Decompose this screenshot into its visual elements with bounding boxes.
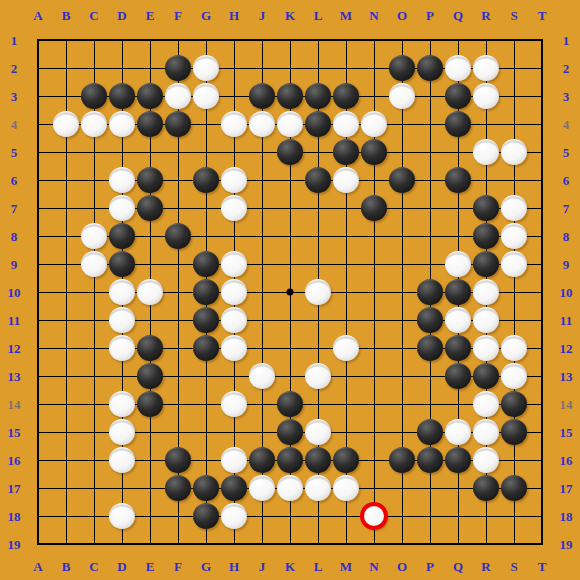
column-label-top: G xyxy=(201,9,211,22)
white-stone[interactable]: ○ xyxy=(109,307,135,333)
black-stone[interactable]: ● xyxy=(417,335,443,361)
column-label-top: R xyxy=(481,9,490,22)
go-board-app: AABBCCDDEEFFGGHHJJKKLLMMNNOOPPQQRRSSTT11… xyxy=(0,0,580,580)
black-stone[interactable]: ● xyxy=(137,167,163,193)
row-label-left: 19 xyxy=(8,538,21,551)
black-stone[interactable]: ● xyxy=(445,335,471,361)
white-stone[interactable]: ○ xyxy=(81,111,107,137)
white-stone[interactable]: ○ xyxy=(249,363,275,389)
white-stone[interactable]: ○ xyxy=(249,475,275,501)
column-label-top: S xyxy=(510,9,517,22)
white-stone[interactable]: ○ xyxy=(473,139,499,165)
black-stone[interactable]: ● xyxy=(193,475,219,501)
column-label-bottom: M xyxy=(340,560,352,573)
black-stone[interactable]: ● xyxy=(137,111,163,137)
white-stone[interactable]: ○ xyxy=(109,167,135,193)
white-stone[interactable]: ○ xyxy=(53,111,79,137)
black-stone[interactable]: ● xyxy=(445,447,471,473)
black-stone[interactable]: ● xyxy=(417,419,443,445)
black-stone[interactable]: ● xyxy=(277,139,303,165)
row-label-right: 14 xyxy=(560,398,573,411)
black-stone[interactable]: ● xyxy=(445,111,471,137)
black-stone[interactable]: ● xyxy=(109,251,135,277)
column-label-bottom: S xyxy=(510,560,517,573)
column-label-top: D xyxy=(117,9,126,22)
row-label-right: 6 xyxy=(563,174,570,187)
star-point xyxy=(287,289,294,296)
black-stone[interactable]: ● xyxy=(305,167,331,193)
black-stone[interactable]: ● xyxy=(193,251,219,277)
white-stone[interactable]: ○ xyxy=(109,279,135,305)
white-stone[interactable]: ○ xyxy=(137,279,163,305)
column-label-bottom: J xyxy=(259,560,266,573)
black-stone[interactable]: ● xyxy=(389,167,415,193)
row-label-left: 16 xyxy=(8,454,21,467)
column-label-top: P xyxy=(426,9,434,22)
black-stone[interactable]: ● xyxy=(193,279,219,305)
black-stone[interactable]: ● xyxy=(333,83,359,109)
white-stone[interactable]: ○ xyxy=(501,223,527,249)
white-stone[interactable]: ○ xyxy=(109,391,135,417)
white-stone[interactable]: ○ xyxy=(473,447,499,473)
row-label-right: 17 xyxy=(560,482,573,495)
white-stone[interactable]: ○ xyxy=(501,363,527,389)
row-label-left: 13 xyxy=(8,370,21,383)
black-stone[interactable]: ● xyxy=(249,447,275,473)
black-stone[interactable]: ● xyxy=(389,55,415,81)
column-label-bottom: D xyxy=(117,560,126,573)
black-stone[interactable]: ● xyxy=(305,111,331,137)
white-stone[interactable]: ○ xyxy=(473,279,499,305)
row-label-right: 3 xyxy=(563,90,570,103)
white-stone[interactable]: ○ xyxy=(221,111,247,137)
row-label-right: 13 xyxy=(560,370,573,383)
black-stone[interactable]: ● xyxy=(137,195,163,221)
white-stone[interactable]: ○ xyxy=(221,335,247,361)
row-label-left: 17 xyxy=(8,482,21,495)
white-stone[interactable]: ○ xyxy=(165,83,191,109)
row-label-left: 12 xyxy=(8,342,21,355)
black-stone[interactable]: ● xyxy=(137,83,163,109)
row-label-left: 2 xyxy=(11,62,18,75)
column-label-top: J xyxy=(259,9,266,22)
black-stone[interactable]: ● xyxy=(193,335,219,361)
white-stone[interactable]: ○ xyxy=(445,251,471,277)
row-label-left: 11 xyxy=(8,314,20,327)
white-stone[interactable]: ○ xyxy=(249,111,275,137)
row-label-left: 14 xyxy=(8,398,21,411)
column-label-top: C xyxy=(89,9,98,22)
column-label-top: O xyxy=(397,9,407,22)
white-stone[interactable]: ○ xyxy=(109,335,135,361)
column-label-top: K xyxy=(285,9,295,22)
black-stone[interactable]: ● xyxy=(445,167,471,193)
white-stone[interactable]: ○ xyxy=(473,391,499,417)
white-stone[interactable]: ○ xyxy=(109,447,135,473)
row-label-right: 12 xyxy=(560,342,573,355)
white-stone[interactable]: ○ xyxy=(221,307,247,333)
black-stone[interactable]: ● xyxy=(165,111,191,137)
white-stone[interactable]: ○ xyxy=(361,111,387,137)
white-stone[interactable]: ○ xyxy=(305,363,331,389)
black-stone[interactable]: ● xyxy=(249,83,275,109)
black-stone[interactable]: ● xyxy=(137,391,163,417)
row-label-right: 18 xyxy=(560,510,573,523)
black-stone[interactable]: ● xyxy=(165,223,191,249)
row-label-right: 9 xyxy=(563,258,570,271)
white-stone[interactable]: ○ xyxy=(445,55,471,81)
black-stone[interactable]: ● xyxy=(165,475,191,501)
row-label-left: 4 xyxy=(11,118,18,131)
black-stone[interactable]: ● xyxy=(445,279,471,305)
black-stone[interactable]: ● xyxy=(501,475,527,501)
white-stone[interactable]: ○ xyxy=(473,335,499,361)
row-label-left: 1 xyxy=(11,34,18,47)
column-label-bottom: B xyxy=(62,560,71,573)
grid-line-vertical xyxy=(541,39,543,545)
row-label-right: 7 xyxy=(563,202,570,215)
white-stone[interactable]: ○ xyxy=(109,111,135,137)
column-label-bottom: F xyxy=(174,560,182,573)
row-label-right: 1 xyxy=(563,34,570,47)
column-label-top: L xyxy=(314,9,323,22)
black-stone[interactable]: ● xyxy=(305,83,331,109)
black-stone[interactable]: ● xyxy=(193,167,219,193)
black-stone[interactable]: ● xyxy=(109,83,135,109)
white-stone[interactable]: ○ xyxy=(277,475,303,501)
row-label-right: 8 xyxy=(563,230,570,243)
white-stone[interactable]: ○ xyxy=(445,307,471,333)
white-stone[interactable]: ○ xyxy=(305,279,331,305)
white-stone[interactable]: ○ xyxy=(501,195,527,221)
row-label-left: 3 xyxy=(11,90,18,103)
column-label-bottom: R xyxy=(481,560,490,573)
column-label-top: F xyxy=(174,9,182,22)
row-label-left: 9 xyxy=(11,258,18,271)
white-stone[interactable]: ○ xyxy=(473,55,499,81)
white-stone[interactable]: ○ xyxy=(501,335,527,361)
black-stone[interactable]: ● xyxy=(445,83,471,109)
column-label-top: H xyxy=(229,9,239,22)
column-label-bottom: G xyxy=(201,560,211,573)
black-stone[interactable]: ● xyxy=(417,307,443,333)
white-stone[interactable]: ○ xyxy=(473,307,499,333)
white-stone[interactable]: ○ xyxy=(473,419,499,445)
white-stone[interactable]: ○ xyxy=(389,83,415,109)
black-stone[interactable]: ● xyxy=(109,223,135,249)
white-stone[interactable]: ○ xyxy=(501,139,527,165)
black-stone[interactable]: ● xyxy=(137,335,163,361)
white-stone[interactable]: ○ xyxy=(473,83,499,109)
column-label-bottom: L xyxy=(314,560,323,573)
row-label-right: 11 xyxy=(560,314,572,327)
white-stone[interactable]: ○ xyxy=(109,503,135,529)
white-stone[interactable]: ○ xyxy=(221,167,247,193)
white-stone[interactable]: ○ xyxy=(109,195,135,221)
row-label-left: 6 xyxy=(11,174,18,187)
black-stone[interactable]: ● xyxy=(333,139,359,165)
white-stone[interactable]: ○ xyxy=(333,475,359,501)
white-stone[interactable]: ○ xyxy=(305,475,331,501)
black-stone[interactable]: ● xyxy=(361,139,387,165)
black-stone[interactable]: ● xyxy=(193,307,219,333)
column-label-bottom: K xyxy=(285,560,295,573)
column-label-top: A xyxy=(33,9,42,22)
column-label-top: T xyxy=(538,9,547,22)
black-stone[interactable]: ● xyxy=(417,55,443,81)
white-stone[interactable]: ○ xyxy=(361,503,387,529)
column-label-bottom: P xyxy=(426,560,434,573)
row-label-left: 18 xyxy=(8,510,21,523)
column-label-bottom: H xyxy=(229,560,239,573)
row-label-right: 16 xyxy=(560,454,573,467)
black-stone[interactable]: ● xyxy=(305,447,331,473)
white-stone[interactable]: ○ xyxy=(193,83,219,109)
white-stone[interactable]: ○ xyxy=(305,419,331,445)
white-stone[interactable]: ○ xyxy=(81,251,107,277)
white-stone[interactable]: ○ xyxy=(221,447,247,473)
black-stone[interactable]: ● xyxy=(473,251,499,277)
black-stone[interactable]: ● xyxy=(165,55,191,81)
black-stone[interactable]: ● xyxy=(445,363,471,389)
black-stone[interactable]: ● xyxy=(501,391,527,417)
row-label-right: 15 xyxy=(560,426,573,439)
white-stone[interactable]: ○ xyxy=(445,419,471,445)
black-stone[interactable]: ● xyxy=(277,447,303,473)
white-stone[interactable]: ○ xyxy=(221,251,247,277)
black-stone[interactable]: ● xyxy=(389,447,415,473)
black-stone[interactable]: ● xyxy=(361,195,387,221)
row-label-left: 15 xyxy=(8,426,21,439)
black-stone[interactable]: ● xyxy=(417,279,443,305)
column-label-bottom: N xyxy=(369,560,378,573)
white-stone[interactable]: ○ xyxy=(221,503,247,529)
column-label-top: N xyxy=(369,9,378,22)
black-stone[interactable]: ● xyxy=(417,447,443,473)
white-stone[interactable]: ○ xyxy=(333,167,359,193)
white-stone[interactable]: ○ xyxy=(221,195,247,221)
row-label-left: 7 xyxy=(11,202,18,215)
white-stone[interactable]: ○ xyxy=(221,391,247,417)
column-label-top: E xyxy=(146,9,155,22)
column-label-top: Q xyxy=(453,9,463,22)
black-stone[interactable]: ● xyxy=(193,503,219,529)
column-label-bottom: A xyxy=(33,560,42,573)
white-stone[interactable]: ○ xyxy=(221,279,247,305)
black-stone[interactable]: ● xyxy=(165,447,191,473)
column-label-bottom: O xyxy=(397,560,407,573)
black-stone[interactable]: ● xyxy=(221,475,247,501)
black-stone[interactable]: ● xyxy=(333,447,359,473)
column-label-bottom: C xyxy=(89,560,98,573)
white-stone[interactable]: ○ xyxy=(109,419,135,445)
white-stone[interactable]: ○ xyxy=(333,335,359,361)
black-stone[interactable]: ● xyxy=(473,363,499,389)
row-label-right: 2 xyxy=(563,62,570,75)
black-stone[interactable]: ● xyxy=(81,83,107,109)
white-stone[interactable]: ○ xyxy=(501,251,527,277)
black-stone[interactable]: ● xyxy=(473,475,499,501)
black-stone[interactable]: ● xyxy=(501,419,527,445)
black-stone[interactable]: ● xyxy=(137,363,163,389)
column-label-bottom: Q xyxy=(453,560,463,573)
black-stone[interactable]: ● xyxy=(473,195,499,221)
row-label-left: 5 xyxy=(11,146,18,159)
row-label-right: 10 xyxy=(560,286,573,299)
column-label-top: B xyxy=(62,9,71,22)
row-label-right: 4 xyxy=(563,118,570,131)
column-label-bottom: T xyxy=(538,560,547,573)
white-stone[interactable]: ○ xyxy=(333,111,359,137)
grid-line-horizontal xyxy=(37,543,543,545)
grid-line-vertical xyxy=(514,39,515,545)
black-stone[interactable]: ● xyxy=(473,223,499,249)
row-label-right: 5 xyxy=(563,146,570,159)
column-label-bottom: E xyxy=(146,560,155,573)
row-label-right: 19 xyxy=(560,538,573,551)
black-stone[interactable]: ● xyxy=(277,419,303,445)
black-stone[interactable]: ● xyxy=(277,391,303,417)
white-stone[interactable]: ○ xyxy=(81,223,107,249)
row-label-left: 10 xyxy=(8,286,21,299)
row-label-left: 8 xyxy=(11,230,18,243)
white-stone[interactable]: ○ xyxy=(193,55,219,81)
column-label-top: M xyxy=(340,9,352,22)
white-stone[interactable]: ○ xyxy=(277,111,303,137)
black-stone[interactable]: ● xyxy=(277,83,303,109)
